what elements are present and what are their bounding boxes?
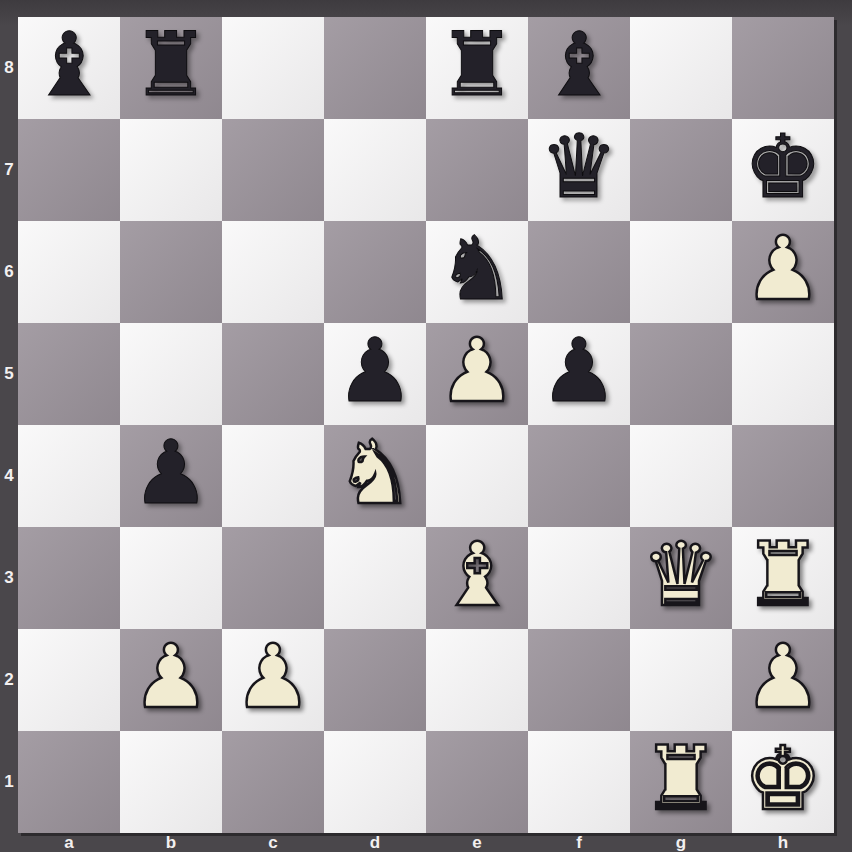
square-h4[interactable] bbox=[732, 425, 834, 527]
piece-black-rook[interactable]: ♜ bbox=[132, 21, 211, 109]
square-b6[interactable] bbox=[120, 221, 222, 323]
rank-label-7: 7 bbox=[0, 119, 18, 221]
file-label-f: f bbox=[528, 833, 630, 852]
piece-black-knight[interactable]: ♞ bbox=[438, 225, 517, 313]
rank-label-6: 6 bbox=[0, 221, 18, 323]
square-c1[interactable] bbox=[222, 731, 324, 833]
piece-white-bishop[interactable]: ♝ bbox=[438, 531, 517, 619]
square-f3[interactable] bbox=[528, 527, 630, 629]
square-f7[interactable]: ♛ bbox=[528, 119, 630, 221]
file-label-h: h bbox=[732, 833, 834, 852]
rank-label-2: 2 bbox=[0, 629, 18, 731]
square-f1[interactable] bbox=[528, 731, 630, 833]
square-d4[interactable]: ♞ bbox=[324, 425, 426, 527]
square-e1[interactable] bbox=[426, 731, 528, 833]
square-a1[interactable] bbox=[18, 731, 120, 833]
square-c6[interactable] bbox=[222, 221, 324, 323]
piece-white-pawn[interactable]: ♟ bbox=[438, 327, 517, 415]
square-h6[interactable]: ♟ bbox=[732, 221, 834, 323]
square-b1[interactable] bbox=[120, 731, 222, 833]
file-label-e: e bbox=[426, 833, 528, 852]
square-f6[interactable] bbox=[528, 221, 630, 323]
square-f5[interactable]: ♟ bbox=[528, 323, 630, 425]
square-e8[interactable]: ♜ bbox=[426, 17, 528, 119]
piece-white-pawn[interactable]: ♟ bbox=[744, 633, 823, 721]
square-d6[interactable] bbox=[324, 221, 426, 323]
rank-label-3: 3 bbox=[0, 527, 18, 629]
square-f2[interactable] bbox=[528, 629, 630, 731]
square-c2[interactable]: ♟ bbox=[222, 629, 324, 731]
piece-black-bishop[interactable]: ♝ bbox=[540, 21, 619, 109]
square-d2[interactable] bbox=[324, 629, 426, 731]
square-g5[interactable] bbox=[630, 323, 732, 425]
piece-black-king[interactable]: ♚ bbox=[744, 123, 823, 211]
square-c4[interactable] bbox=[222, 425, 324, 527]
square-d5[interactable]: ♟ bbox=[324, 323, 426, 425]
file-label-g: g bbox=[630, 833, 732, 852]
rank-label-4: 4 bbox=[0, 425, 18, 527]
square-g3[interactable]: ♛ bbox=[630, 527, 732, 629]
square-a3[interactable] bbox=[18, 527, 120, 629]
square-b8[interactable]: ♜ bbox=[120, 17, 222, 119]
square-c7[interactable] bbox=[222, 119, 324, 221]
square-e3[interactable]: ♝ bbox=[426, 527, 528, 629]
square-h3[interactable]: ♜ bbox=[732, 527, 834, 629]
square-d7[interactable] bbox=[324, 119, 426, 221]
square-c5[interactable] bbox=[222, 323, 324, 425]
rank-labels: 87654321 bbox=[0, 17, 18, 833]
square-a7[interactable] bbox=[18, 119, 120, 221]
piece-white-knight[interactable]: ♞ bbox=[336, 429, 415, 517]
chess-board: ♝♜♜♝♛♚♞♟♟♟♟♟♞♝♛♜♟♟♟♜♚ bbox=[18, 17, 834, 833]
piece-black-rook[interactable]: ♜ bbox=[438, 21, 517, 109]
square-b4[interactable]: ♟ bbox=[120, 425, 222, 527]
square-h1[interactable]: ♚ bbox=[732, 731, 834, 833]
piece-black-queen[interactable]: ♛ bbox=[540, 123, 619, 211]
square-h2[interactable]: ♟ bbox=[732, 629, 834, 731]
rank-label-5: 5 bbox=[0, 323, 18, 425]
square-a4[interactable] bbox=[18, 425, 120, 527]
piece-black-pawn[interactable]: ♟ bbox=[336, 327, 415, 415]
chess-board-frame: 87654321 ♝♜♜♝♛♚♞♟♟♟♟♟♞♝♛♜♟♟♟♜♚ abcdefgh bbox=[0, 0, 852, 852]
piece-white-rook[interactable]: ♜ bbox=[642, 735, 721, 823]
square-c3[interactable] bbox=[222, 527, 324, 629]
square-c8[interactable] bbox=[222, 17, 324, 119]
square-d1[interactable] bbox=[324, 731, 426, 833]
square-g1[interactable]: ♜ bbox=[630, 731, 732, 833]
square-g8[interactable] bbox=[630, 17, 732, 119]
file-label-d: d bbox=[324, 833, 426, 852]
square-a2[interactable] bbox=[18, 629, 120, 731]
square-g4[interactable] bbox=[630, 425, 732, 527]
square-e7[interactable] bbox=[426, 119, 528, 221]
square-h5[interactable] bbox=[732, 323, 834, 425]
rank-label-8: 8 bbox=[0, 17, 18, 119]
square-h7[interactable]: ♚ bbox=[732, 119, 834, 221]
file-label-a: a bbox=[18, 833, 120, 852]
rank-label-1: 1 bbox=[0, 731, 18, 833]
square-b5[interactable] bbox=[120, 323, 222, 425]
file-label-c: c bbox=[222, 833, 324, 852]
piece-black-pawn[interactable]: ♟ bbox=[540, 327, 619, 415]
square-a5[interactable] bbox=[18, 323, 120, 425]
square-a8[interactable]: ♝ bbox=[18, 17, 120, 119]
piece-white-king[interactable]: ♚ bbox=[744, 735, 823, 823]
piece-white-pawn[interactable]: ♟ bbox=[132, 633, 211, 721]
piece-white-pawn[interactable]: ♟ bbox=[744, 225, 823, 313]
square-e6[interactable]: ♞ bbox=[426, 221, 528, 323]
piece-white-pawn[interactable]: ♟ bbox=[234, 633, 313, 721]
square-g7[interactable] bbox=[630, 119, 732, 221]
square-d3[interactable] bbox=[324, 527, 426, 629]
square-f4[interactable] bbox=[528, 425, 630, 527]
piece-black-bishop[interactable]: ♝ bbox=[30, 21, 109, 109]
square-b7[interactable] bbox=[120, 119, 222, 221]
square-e5[interactable]: ♟ bbox=[426, 323, 528, 425]
square-e4[interactable] bbox=[426, 425, 528, 527]
piece-black-pawn[interactable]: ♟ bbox=[132, 429, 211, 517]
square-a6[interactable] bbox=[18, 221, 120, 323]
square-b3[interactable] bbox=[120, 527, 222, 629]
file-labels: abcdefgh bbox=[18, 833, 834, 852]
square-g6[interactable] bbox=[630, 221, 732, 323]
square-b2[interactable]: ♟ bbox=[120, 629, 222, 731]
square-e2[interactable] bbox=[426, 629, 528, 731]
square-d8[interactable] bbox=[324, 17, 426, 119]
piece-white-rook[interactable]: ♜ bbox=[744, 531, 823, 619]
file-label-b: b bbox=[120, 833, 222, 852]
piece-white-queen[interactable]: ♛ bbox=[642, 531, 721, 619]
square-g2[interactable] bbox=[630, 629, 732, 731]
square-h8[interactable] bbox=[732, 17, 834, 119]
square-f8[interactable]: ♝ bbox=[528, 17, 630, 119]
